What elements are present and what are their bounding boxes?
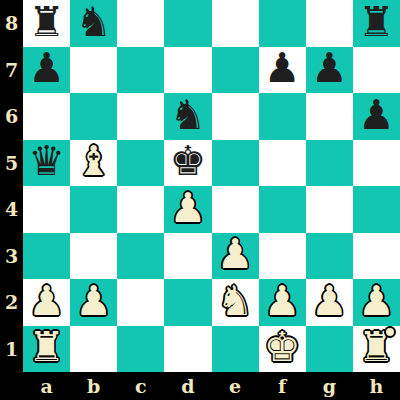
black-rook-a8[interactable]: ♜ <box>28 2 65 43</box>
square-a4[interactable] <box>23 186 70 233</box>
square-g6[interactable] <box>306 93 353 140</box>
square-a5[interactable]: ♛ <box>23 140 70 187</box>
square-b2[interactable]: ♟ <box>70 279 117 326</box>
file-label-d: d <box>164 372 211 400</box>
white-pawn-f2[interactable]: ♟ <box>264 281 301 322</box>
rank-label-2: 2 <box>0 279 23 326</box>
file-label-a: a <box>23 372 70 400</box>
square-a2[interactable]: ♟ <box>23 279 70 326</box>
black-pawn-h6[interactable]: ♟ <box>358 95 395 136</box>
black-knight-b8[interactable]: ♞ <box>75 2 112 43</box>
square-f2[interactable]: ♟ <box>259 279 306 326</box>
square-d7[interactable] <box>164 47 211 94</box>
square-g4[interactable] <box>306 186 353 233</box>
rank-label-3: 3 <box>0 233 23 280</box>
square-d2[interactable] <box>164 279 211 326</box>
file-label-e: e <box>212 372 259 400</box>
square-a8[interactable]: ♜ <box>23 0 70 47</box>
square-f5[interactable] <box>259 140 306 187</box>
square-g3[interactable] <box>306 233 353 280</box>
square-c4[interactable] <box>117 186 164 233</box>
square-b5[interactable]: ♝ <box>70 140 117 187</box>
file-label-b: b <box>70 372 117 400</box>
square-h3[interactable] <box>353 233 400 280</box>
square-e4[interactable] <box>212 186 259 233</box>
square-b8[interactable]: ♞ <box>70 0 117 47</box>
white-pawn-a2[interactable]: ♟ <box>28 281 65 322</box>
square-b7[interactable] <box>70 47 117 94</box>
square-c3[interactable] <box>117 233 164 280</box>
file-label-f: f <box>259 372 306 400</box>
square-a7[interactable]: ♟ <box>23 47 70 94</box>
square-g1[interactable] <box>306 326 353 373</box>
rank-label-6: 6 <box>0 93 23 140</box>
square-e7[interactable] <box>212 47 259 94</box>
square-f8[interactable] <box>259 0 306 47</box>
square-g7[interactable]: ♟ <box>306 47 353 94</box>
square-h4[interactable] <box>353 186 400 233</box>
white-pawn-b2[interactable]: ♟ <box>75 281 112 322</box>
square-f4[interactable] <box>259 186 306 233</box>
square-e5[interactable] <box>212 140 259 187</box>
white-pawn-h2[interactable]: ♟ <box>358 281 395 322</box>
square-b3[interactable] <box>70 233 117 280</box>
black-queen-a5[interactable]: ♛ <box>28 141 65 182</box>
square-f7[interactable]: ♟ <box>259 47 306 94</box>
square-c7[interactable] <box>117 47 164 94</box>
square-b4[interactable] <box>70 186 117 233</box>
file-label-h: h <box>353 372 400 400</box>
black-king-d5[interactable]: ♚ <box>170 141 207 182</box>
square-h6[interactable]: ♟ <box>353 93 400 140</box>
square-a1[interactable]: ♜ <box>23 326 70 373</box>
rank-label-1: 1 <box>0 326 23 373</box>
white-bishop-b5[interactable]: ♝ <box>75 141 112 182</box>
square-a3[interactable] <box>23 233 70 280</box>
square-g8[interactable] <box>306 0 353 47</box>
chess-puzzle-diagram: ♜♞♜♟♟♟♞♟♛♝♚♟♟♟♟♞♟♟♟♜♚♜ 87654321 abcdefgh <box>0 0 400 400</box>
square-c5[interactable] <box>117 140 164 187</box>
square-c2[interactable] <box>117 279 164 326</box>
square-h2[interactable]: ♟ <box>353 279 400 326</box>
file-label-g: g <box>306 372 353 400</box>
square-e8[interactable] <box>212 0 259 47</box>
square-d8[interactable] <box>164 0 211 47</box>
white-king-f1[interactable]: ♚ <box>264 327 301 368</box>
square-c6[interactable] <box>117 93 164 140</box>
chess-board: ♜♞♜♟♟♟♞♟♛♝♚♟♟♟♟♞♟♟♟♜♚♜ <box>23 0 400 372</box>
square-f3[interactable] <box>259 233 306 280</box>
square-d5[interactable]: ♚ <box>164 140 211 187</box>
rank-label-5: 5 <box>0 140 23 187</box>
white-pawn-d4[interactable]: ♟ <box>170 188 207 229</box>
white-pawn-g2[interactable]: ♟ <box>311 281 348 322</box>
square-b6[interactable] <box>70 93 117 140</box>
square-f6[interactable] <box>259 93 306 140</box>
square-e1[interactable] <box>212 326 259 373</box>
square-d4[interactable]: ♟ <box>164 186 211 233</box>
white-to-move-indicator <box>384 326 396 338</box>
white-rook-a1[interactable]: ♜ <box>28 327 65 368</box>
square-b1[interactable] <box>70 326 117 373</box>
rank-label-4: 4 <box>0 186 23 233</box>
rank-label-7: 7 <box>0 47 23 94</box>
black-pawn-g7[interactable]: ♟ <box>311 48 348 89</box>
square-d3[interactable] <box>164 233 211 280</box>
file-label-c: c <box>117 372 164 400</box>
square-e2[interactable]: ♞ <box>212 279 259 326</box>
white-knight-e2[interactable]: ♞ <box>217 281 254 322</box>
square-g2[interactable]: ♟ <box>306 279 353 326</box>
square-f1[interactable]: ♚ <box>259 326 306 373</box>
square-c1[interactable] <box>117 326 164 373</box>
square-d6[interactable]: ♞ <box>164 93 211 140</box>
square-h8[interactable]: ♜ <box>353 0 400 47</box>
square-g5[interactable] <box>306 140 353 187</box>
square-e6[interactable] <box>212 93 259 140</box>
square-h7[interactable] <box>353 47 400 94</box>
square-h5[interactable] <box>353 140 400 187</box>
square-a6[interactable] <box>23 93 70 140</box>
square-e3[interactable]: ♟ <box>212 233 259 280</box>
black-pawn-a7[interactable]: ♟ <box>28 48 65 89</box>
black-rook-h8[interactable]: ♜ <box>358 2 395 43</box>
rank-label-8: 8 <box>0 0 23 47</box>
square-d1[interactable] <box>164 326 211 373</box>
white-pawn-e3[interactable]: ♟ <box>217 234 254 275</box>
black-pawn-f7[interactable]: ♟ <box>264 48 301 89</box>
black-knight-d6[interactable]: ♞ <box>170 95 207 136</box>
square-c8[interactable] <box>117 0 164 47</box>
